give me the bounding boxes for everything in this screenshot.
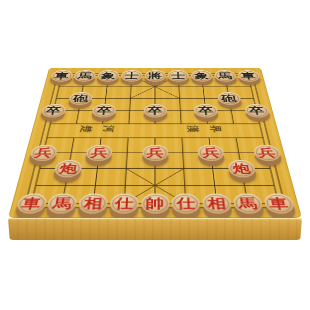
piece-black-p[interactable]: 卒 [194, 104, 219, 118]
board-surface: 楚河 漢界 車馬象士將士象馬車砲砲卒卒卒卒卒兵兵兵兵兵炮炮車馬相仕帥仕相馬車 [8, 68, 302, 218]
river-char: 漢 [185, 125, 201, 132]
piece-black-a[interactable]: 士 [121, 70, 143, 81]
river-char: 河 [100, 125, 116, 132]
board-front-edge [8, 218, 302, 240]
river-label-left: 楚河 [79, 124, 114, 133]
piece-black-p[interactable]: 卒 [143, 104, 167, 118]
piece-black-a[interactable]: 士 [167, 70, 189, 81]
piece-black-n[interactable]: 馬 [213, 70, 236, 81]
piece-red-K[interactable]: 帥 [141, 194, 170, 214]
piece-red-P[interactable]: 兵 [142, 145, 168, 161]
river-char: 界 [207, 125, 223, 132]
piece-black-k[interactable]: 將 [144, 70, 166, 81]
river-label-right: 漢界 [186, 124, 221, 133]
river-char: 楚 [78, 125, 94, 132]
product-photo: 楚河 漢界 車馬象士將士象馬車砲砲卒卒卒卒卒兵兵兵兵兵炮炮車馬相仕帥仕相馬車 [0, 0, 310, 310]
piece-black-b[interactable]: 象 [190, 70, 213, 81]
